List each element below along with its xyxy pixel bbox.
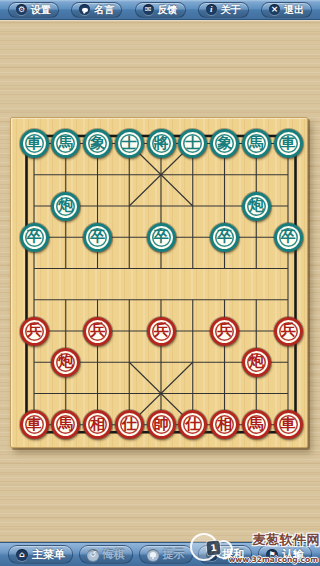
piece-red-炮[interactable]: 炮 [51,348,80,377]
app-screen: ⚙ 设置 名言 ✉ 反馈 i 关于 × 退出 車馬象士將士象馬車炮炮卒卒卒卒卒兵… [0,0,320,566]
flag-icon: ⚑ [266,549,278,561]
piece-red-兵[interactable]: 兵 [83,317,112,346]
envelope-icon: ✉ [143,4,154,15]
about-button[interactable]: i 关于 [198,2,249,18]
quotes-button[interactable]: 名言 [71,2,122,18]
piece-black-士[interactable]: 士 [115,129,144,158]
piece-red-帥[interactable]: 帥 [147,410,176,439]
piece-red-兵[interactable]: 兵 [274,317,303,346]
bell-icon [147,549,159,561]
piece-red-車[interactable]: 車 [274,410,303,439]
piece-black-車[interactable]: 車 [20,129,49,158]
xiangqi-board[interactable]: 車馬象士將士象馬車炮炮卒卒卒卒卒兵兵兵兵兵炮炮車馬相仕帥仕相馬車 [10,117,308,448]
piece-black-卒[interactable]: 卒 [274,223,303,252]
feedback-label: 反馈 [158,5,178,15]
piece-black-卒[interactable]: 卒 [147,223,176,252]
exit-button[interactable]: × 退出 [261,2,312,18]
undo-move-button[interactable]: ↺ 悔棋 [79,545,133,564]
piece-black-炮[interactable]: 炮 [51,192,80,221]
piece-black-車[interactable]: 車 [274,129,303,158]
piece-black-卒[interactable]: 卒 [20,223,49,252]
offer-draw-label: 提和 [222,549,244,560]
quotes-label: 名言 [94,5,114,15]
speech-bubble-icon [79,4,90,15]
undo-arrow-icon: ↺ [87,549,99,561]
hint-label: 提示 [163,549,185,560]
piece-red-馬[interactable]: 馬 [242,410,271,439]
about-label: 关于 [221,5,241,15]
top-toolbar: ⚙ 设置 名言 ✉ 反馈 i 关于 × 退出 [0,0,320,20]
main-menu-button[interactable]: ⌂ 主菜单 [8,545,73,564]
piece-black-炮[interactable]: 炮 [242,192,271,221]
resign-button[interactable]: ⚑ 认输 [258,545,312,564]
piece-red-仕[interactable]: 仕 [115,410,144,439]
piece-red-車[interactable]: 車 [20,410,49,439]
main-menu-label: 主菜单 [32,549,65,560]
piece-red-兵[interactable]: 兵 [20,317,49,346]
offer-draw-button[interactable]: ✎ 提和 [198,545,252,564]
piece-red-兵[interactable]: 兵 [147,317,176,346]
settings-button[interactable]: ⚙ 设置 [8,2,59,18]
undo-move-label: 悔棋 [103,549,125,560]
piece-black-象[interactable]: 象 [83,129,112,158]
piece-black-象[interactable]: 象 [210,129,239,158]
exit-label: 退出 [284,5,304,15]
bottom-toolbar: ⌂ 主菜单 ↺ 悔棋 提示 ✎ 提和 ⚑ 认输 [0,542,320,566]
piece-black-將[interactable]: 將 [147,129,176,158]
home-icon: ⌂ [16,549,28,561]
hint-button[interactable]: 提示 [139,545,193,564]
piece-black-卒[interactable]: 卒 [210,223,239,252]
board-grid [11,118,307,447]
close-icon: × [269,4,280,15]
piece-black-卒[interactable]: 卒 [83,223,112,252]
piece-red-炮[interactable]: 炮 [242,348,271,377]
info-icon: i [206,4,217,15]
piece-black-馬[interactable]: 馬 [242,129,271,158]
gear-icon: ⚙ [16,4,27,15]
feedback-button[interactable]: ✉ 反馈 [135,2,186,18]
settings-label: 设置 [31,5,51,15]
piece-red-兵[interactable]: 兵 [210,317,239,346]
resign-label: 认输 [282,549,304,560]
pencil-icon: ✎ [206,549,218,561]
